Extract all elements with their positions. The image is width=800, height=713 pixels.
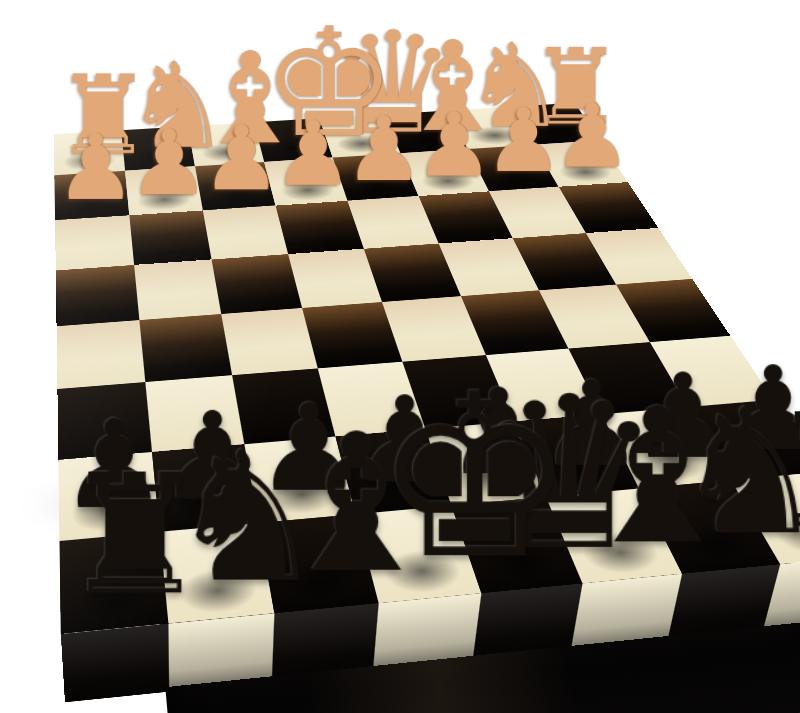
square-g5 <box>139 314 232 382</box>
square-e5 <box>302 302 402 368</box>
piece-shadow <box>348 174 409 198</box>
piece-shadow <box>207 183 266 207</box>
piece-white-knight: ♞ <box>124 52 194 161</box>
square-f2: ♟ <box>195 162 276 211</box>
piece-shadow <box>540 450 626 492</box>
square-a4 <box>586 228 692 285</box>
board-squares: ♜♞♝♚♛♝♞♜♟♟♟♟♟♟♟♟♟♟♟♟♟♟♟♟♜♞♝♚♛♝♞♜ <box>54 103 800 634</box>
piece-shadow <box>278 178 338 202</box>
square-h7: ♟ <box>58 452 159 541</box>
square-g8: ♞ <box>160 523 275 624</box>
square-g2: ♟ <box>125 166 203 215</box>
piece-shadow <box>574 529 667 577</box>
piece-shadow <box>670 520 765 567</box>
square-h1: ♜ <box>54 130 125 175</box>
piece-shadow <box>334 133 392 155</box>
square-g4 <box>134 259 221 320</box>
piece-shadow <box>176 566 261 617</box>
piece-shadow <box>62 150 116 172</box>
piece-shadow <box>486 165 549 188</box>
piece-shadow <box>400 129 459 150</box>
square-h5 <box>57 320 146 389</box>
square-e6 <box>318 362 426 437</box>
piece-shadow <box>530 121 591 142</box>
piece-shadow <box>630 442 718 483</box>
square-g6 <box>145 375 244 452</box>
square-g1: ♞ <box>121 126 195 170</box>
piece-shadow <box>262 474 343 517</box>
piece-shadow <box>356 465 438 508</box>
square-f4 <box>212 254 303 314</box>
piece-shadow <box>378 547 467 596</box>
piece-shadow <box>417 169 479 192</box>
square-h4 <box>56 265 140 326</box>
piece-white-bishop: ♝ <box>194 41 263 157</box>
piece-white-bishop: ♝ <box>397 30 465 145</box>
piece-shadow <box>131 146 186 168</box>
square-h6 <box>57 382 152 460</box>
square-g7: ♟ <box>152 444 258 532</box>
piece-shadow <box>465 125 525 146</box>
piece-white-king: ♚ <box>262 15 331 153</box>
piece-shadow <box>73 575 155 626</box>
piece-shadow <box>448 457 532 499</box>
piece-shadow <box>267 137 324 159</box>
square-f6 <box>232 368 335 444</box>
chess-board: ♜♞♝♚♛♝♞♜♟♟♟♟♟♟♟♟♟♟♟♟♟♟♟♟♜♞♝♚♛♝♞♜ <box>54 103 800 634</box>
square-d4 <box>364 243 461 302</box>
square-h2: ♟ <box>54 171 129 221</box>
square-a5 <box>616 279 730 342</box>
square-e3 <box>276 201 364 254</box>
square-f8: ♝ <box>258 514 378 613</box>
piece-white-rook: ♜ <box>529 39 596 136</box>
square-f1: ♝ <box>188 122 264 166</box>
piece-shadow <box>136 188 194 212</box>
piece-shadow <box>718 434 800 474</box>
square-f3 <box>203 206 288 260</box>
product-photo: ♜♞♝♚♛♝♞♜♟♟♟♟♟♟♟♟♟♟♟♟♟♟♟♟♜♞♝♚♛♝♞♜ <box>0 0 800 713</box>
square-g3 <box>129 210 211 264</box>
piece-shadow <box>167 482 246 526</box>
square-h3 <box>55 215 134 270</box>
piece-shadow <box>554 161 618 184</box>
square-a6 <box>650 336 773 407</box>
piece-shadow <box>63 192 120 217</box>
piece-white-queen: ♛ <box>330 19 398 148</box>
scene: ♜♞♝♚♛♝♞♜♟♟♟♟♟♟♟♟♟♟♟♟♟♟♟♟♜♞♝♚♛♝♞♜ <box>0 0 800 713</box>
square-h8: ♜ <box>60 532 169 634</box>
piece-shadow <box>278 556 365 606</box>
piece-shadow <box>71 490 148 535</box>
square-c5 <box>461 290 568 355</box>
square-f5 <box>221 308 318 375</box>
piece-shadow <box>199 141 255 163</box>
piece-shadow <box>477 538 568 586</box>
